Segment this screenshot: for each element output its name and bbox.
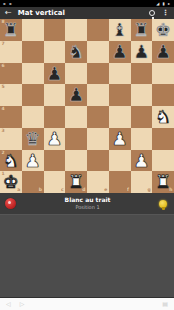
square-a8[interactable]: 8♜ (0, 19, 22, 41)
black-bishop: ♝ (109, 19, 131, 41)
square-c4[interactable] (44, 106, 66, 128)
square-d3[interactable] (65, 128, 87, 150)
square-e5[interactable] (87, 84, 109, 106)
square-g8[interactable]: ♜ (131, 19, 153, 41)
square-b1[interactable]: b (22, 171, 44, 193)
square-f3[interactable]: ♟ (109, 128, 131, 150)
square-d6[interactable] (65, 63, 87, 85)
square-d1[interactable]: d♜ (65, 171, 87, 193)
status-notification-icons: ▪ ▪ (3, 0, 13, 7)
rank-label: 3 (2, 129, 5, 134)
hint-bulb-icon[interactable] (159, 200, 167, 208)
square-c7[interactable] (44, 41, 66, 63)
lightbulb-icon[interactable] (149, 10, 155, 16)
square-h7[interactable]: ♟ (152, 41, 174, 63)
square-c5[interactable] (44, 84, 66, 106)
file-label: f (127, 188, 129, 193)
back-arrow-icon[interactable]: ← (5, 7, 12, 19)
black-king: ♚ (152, 19, 174, 41)
status-system-icons: ◢ ▮ ▸ (156, 0, 171, 7)
square-g7[interactable]: ♟ (131, 41, 153, 63)
square-h6[interactable] (152, 63, 174, 85)
square-c6[interactable]: ♟ (44, 63, 66, 85)
moves-panel-empty (0, 215, 174, 297)
square-d7[interactable]: ♞ (65, 41, 87, 63)
black-rook: ♜ (131, 19, 153, 41)
black-queen: ♛ (22, 128, 44, 150)
rank-label: 2 (2, 151, 5, 156)
square-g2[interactable]: ♟ (131, 150, 153, 172)
square-d5[interactable]: ♟ (65, 84, 87, 106)
square-h3[interactable] (152, 128, 174, 150)
black-pawn: ♟ (152, 41, 174, 63)
white-knight: ♞ (152, 106, 174, 128)
file-label: e (104, 188, 107, 193)
status-bar: ▪ ▪ ◢ ▮ ▸ (0, 0, 174, 7)
chess-board: 8♜♝♜♚7♞♟♟♟6♟5♟4♞3♛♟♟2♞♟♟1a♚bcd♜efgh♜ (0, 19, 174, 193)
square-c8[interactable] (44, 19, 66, 41)
square-f5[interactable] (109, 84, 131, 106)
square-a3[interactable]: 3 (0, 128, 22, 150)
square-b2[interactable]: ♟ (22, 150, 44, 172)
black-pawn: ♟ (131, 41, 153, 63)
file-label: g (148, 188, 151, 193)
square-g3[interactable] (131, 128, 153, 150)
square-f1[interactable]: f (109, 171, 131, 193)
square-a2[interactable]: 2♞ (0, 150, 22, 172)
overflow-menu-icon[interactable]: ⋮ (162, 7, 169, 19)
previous-move-icon[interactable]: ◁ (6, 298, 11, 310)
black-knight: ♞ (65, 41, 87, 63)
square-h5[interactable] (152, 84, 174, 106)
position-label: Position 1 (16, 204, 159, 211)
square-f8[interactable]: ♝ (109, 19, 131, 41)
square-e4[interactable] (87, 106, 109, 128)
square-g4[interactable] (131, 106, 153, 128)
square-g1[interactable]: g (131, 171, 153, 193)
square-b5[interactable] (22, 84, 44, 106)
square-c1[interactable]: c (44, 171, 66, 193)
square-a6[interactable]: 6 (0, 63, 22, 85)
square-b3[interactable]: ♛ (22, 128, 44, 150)
square-d2[interactable] (65, 150, 87, 172)
app-bar: ← Mat vertical ⋮ (0, 7, 174, 19)
square-f4[interactable] (109, 106, 131, 128)
square-h8[interactable]: ♚ (152, 19, 174, 41)
square-a4[interactable]: 4 (0, 106, 22, 128)
rank-label: 5 (2, 85, 5, 90)
square-e6[interactable] (87, 63, 109, 85)
side-to-move-label: Blanc au trait (16, 196, 159, 204)
file-label: a (17, 188, 20, 193)
info-text-block: Blanc au trait Position 1 (16, 196, 159, 211)
menu-icon[interactable]: ▤ (162, 298, 168, 310)
square-f7[interactable]: ♟ (109, 41, 131, 63)
white-pawn: ♟ (22, 150, 44, 172)
square-h1[interactable]: h♜ (152, 171, 174, 193)
square-a7[interactable]: 7 (0, 41, 22, 63)
square-e7[interactable] (87, 41, 109, 63)
file-label: h (169, 188, 172, 193)
square-e2[interactable] (87, 150, 109, 172)
file-label: d (82, 188, 85, 193)
file-label: c (61, 188, 64, 193)
next-move-icon[interactable]: ▷ (20, 298, 25, 310)
white-pawn: ♟ (131, 150, 153, 172)
rank-label: 4 (2, 107, 5, 112)
square-f2[interactable] (109, 150, 131, 172)
square-a5[interactable]: 5 (0, 84, 22, 106)
black-pawn: ♟ (44, 63, 66, 85)
rank-label: 8 (2, 20, 5, 25)
square-b8[interactable] (22, 19, 44, 41)
app-screen: ▪ ▪ ◢ ▮ ▸ ← Mat vertical ⋮ 8♜♝♜♚7♞♟♟♟6♟5… (0, 0, 174, 310)
square-f6[interactable] (109, 63, 131, 85)
square-a1[interactable]: 1a♚ (0, 171, 22, 193)
square-b6[interactable] (22, 63, 44, 85)
black-pawn: ♟ (65, 84, 87, 106)
square-b4[interactable] (22, 106, 44, 128)
square-e1[interactable]: e (87, 171, 109, 193)
square-d4[interactable] (65, 106, 87, 128)
square-c3[interactable]: ♟ (44, 128, 66, 150)
page-title: Mat vertical (18, 7, 65, 19)
white-pawn: ♟ (44, 128, 66, 150)
rank-label: 6 (2, 64, 5, 69)
square-g6[interactable] (131, 63, 153, 85)
rank-label: 1 (2, 172, 5, 177)
square-e3[interactable] (87, 128, 109, 150)
square-h4[interactable]: ♞ (152, 106, 174, 128)
square-e8[interactable] (87, 19, 109, 41)
square-b7[interactable] (22, 41, 44, 63)
square-d8[interactable] (65, 19, 87, 41)
black-pawn: ♟ (109, 41, 131, 63)
rank-label: 7 (2, 42, 5, 47)
file-label: b (39, 188, 42, 193)
square-g5[interactable] (131, 84, 153, 106)
info-panel: Blanc au trait Position 1 (0, 193, 174, 215)
bottom-toolbar: ◁ ▷ ▤ (0, 297, 174, 310)
white-pawn: ♟ (109, 128, 131, 150)
square-c2[interactable] (44, 150, 66, 172)
square-h2[interactable] (152, 150, 174, 172)
red-status-icon (5, 198, 16, 209)
